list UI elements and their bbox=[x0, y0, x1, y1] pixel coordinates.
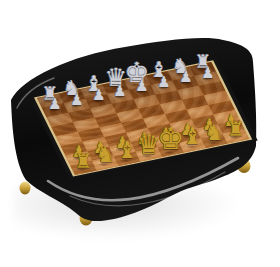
gold-foot-left bbox=[20, 182, 31, 195]
chess-set-photo: ♜♞♝♛♚♝♞♜♟♟♟♟♟♟♟♟♟♟♟♟♟♟♟♟♜♞♝♛♚♝♞♜ bbox=[0, 0, 280, 267]
